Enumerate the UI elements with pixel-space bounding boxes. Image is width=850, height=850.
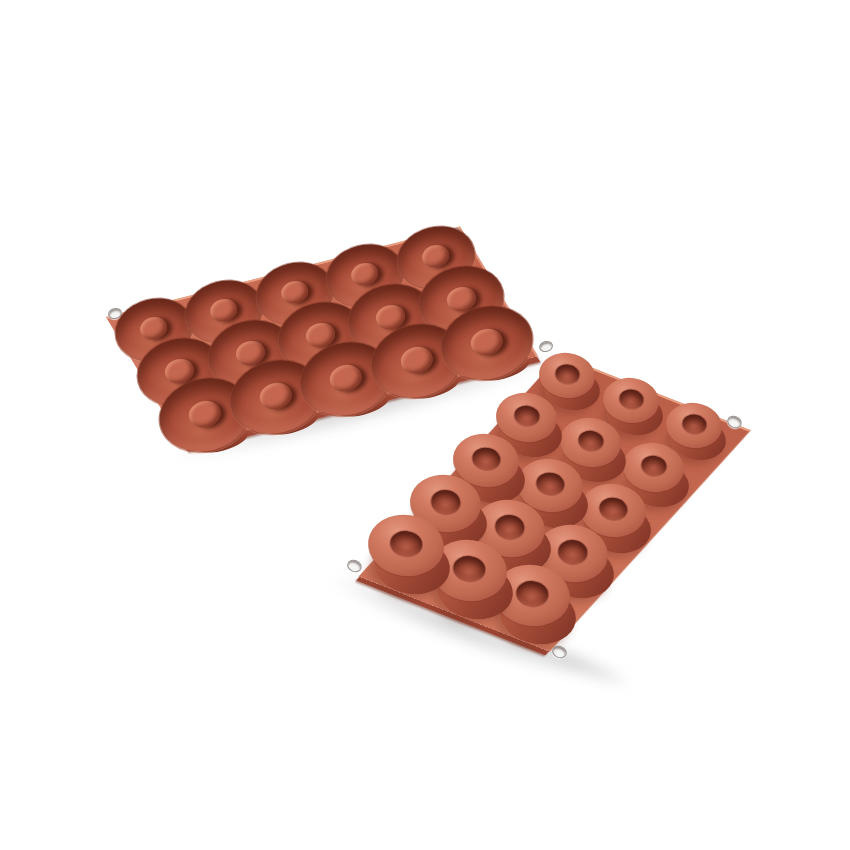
- cavity-center-post: [208, 297, 240, 325]
- cavity-center-post: [468, 325, 505, 358]
- cavity-center-post: [138, 315, 170, 343]
- dome-crater: [452, 554, 487, 584]
- dome-crater: [430, 487, 463, 515]
- cavity-center-post: [327, 361, 364, 394]
- product-photo-canvas: [0, 0, 850, 850]
- cavity-center-post: [398, 343, 435, 376]
- dome-crater: [554, 363, 580, 385]
- dome-crater: [471, 446, 502, 472]
- dome-crater: [388, 529, 423, 559]
- dome-crater: [513, 404, 541, 428]
- dome-crater: [535, 471, 566, 497]
- cavity-center-post: [186, 397, 223, 430]
- dome-crater: [598, 496, 629, 522]
- dome-crater: [576, 429, 604, 453]
- cavity-center-post: [257, 379, 294, 412]
- dome-crater: [515, 579, 550, 609]
- cavity-center-post: [279, 279, 311, 307]
- cavity-center-post: [349, 261, 381, 289]
- dome-crater: [556, 537, 589, 565]
- dome-crater: [681, 413, 707, 435]
- dome-crater: [618, 388, 644, 410]
- corner-hole: [538, 339, 554, 353]
- cavity-center-post: [420, 243, 452, 271]
- corner-hole: [345, 558, 363, 575]
- dome-crater: [640, 454, 668, 478]
- dome-crater: [493, 512, 526, 540]
